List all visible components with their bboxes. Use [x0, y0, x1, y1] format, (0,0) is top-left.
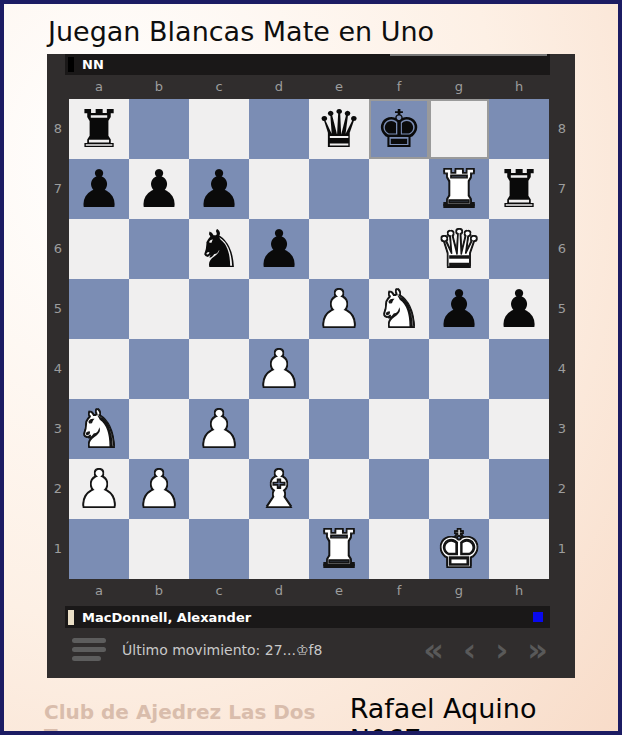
rank-label-7: 7: [549, 159, 575, 219]
square-e4[interactable]: [309, 339, 369, 399]
square-f4[interactable]: [369, 339, 429, 399]
piece-bP-a7[interactable]: ♟: [69, 159, 129, 219]
file-label-f: f: [369, 579, 429, 603]
square-e7[interactable]: [309, 159, 369, 219]
square-e8[interactable]: ♛: [309, 99, 369, 159]
piece-wN-a3[interactable]: ♞: [69, 399, 129, 459]
piece-bR-a8[interactable]: ♜: [69, 99, 129, 159]
file-label-e: e: [309, 75, 369, 99]
square-c7[interactable]: ♟: [189, 159, 249, 219]
piece-bP-b7[interactable]: ♟: [129, 159, 189, 219]
square-f6[interactable]: [369, 219, 429, 279]
rank-label-3: 3: [549, 399, 575, 459]
square-g3[interactable]: [429, 399, 489, 459]
rank-label-2: 2: [47, 459, 69, 519]
square-b8[interactable]: [129, 99, 189, 159]
square-a8[interactable]: ♜: [69, 99, 129, 159]
file-label-a: a: [69, 75, 129, 99]
rank-label-4: 4: [47, 339, 69, 399]
nav-last-button[interactable]: »: [525, 634, 550, 666]
rank-label-4: 4: [549, 339, 575, 399]
rank-label-8: 8: [549, 99, 575, 159]
square-f1[interactable]: [369, 519, 429, 579]
turn-indicator: [533, 612, 543, 622]
square-h1[interactable]: [489, 519, 549, 579]
square-d8[interactable]: [249, 99, 309, 159]
chess-viewer-panel: NN abcdefgh 87654321 ♜♛♚♟♟♟♜♜♞♟♛♟♞♟♟♟♞♟♟…: [47, 54, 575, 678]
nav-prev-button[interactable]: ‹: [461, 634, 478, 666]
square-f2[interactable]: [369, 459, 429, 519]
piece-wP-b2[interactable]: ♟: [129, 459, 189, 519]
piece-wB-d2[interactable]: ♝: [249, 459, 309, 519]
black-player-bar: NN: [65, 54, 550, 75]
square-a5[interactable]: [69, 279, 129, 339]
square-h3[interactable]: [489, 399, 549, 459]
white-player-bar: MacDonnell, Alexander: [65, 606, 550, 628]
piece-bP-c7[interactable]: ♟: [189, 159, 249, 219]
file-label-a: a: [69, 579, 129, 603]
square-e5[interactable]: ♟: [309, 279, 369, 339]
square-h7[interactable]: ♜: [489, 159, 549, 219]
rank-label-7: 7: [47, 159, 69, 219]
square-b6[interactable]: [129, 219, 189, 279]
square-c3[interactable]: ♟: [189, 399, 249, 459]
square-a6[interactable]: [69, 219, 129, 279]
rank-label-6: 6: [47, 219, 69, 279]
rank-labels-right: 87654321: [549, 99, 575, 579]
piece-wQ-g6[interactable]: ♛: [429, 219, 489, 279]
square-e2[interactable]: [309, 459, 369, 519]
club-watermark: Club de Ajedrez Las Dos Torres: [44, 700, 350, 735]
square-f8[interactable]: ♚: [369, 99, 429, 159]
page-title: Juegan Blancas Mate en Uno: [48, 16, 618, 47]
file-label-d: d: [249, 75, 309, 99]
square-h4[interactable]: [489, 339, 549, 399]
piece-wP-c3[interactable]: ♟: [189, 399, 249, 459]
square-h5[interactable]: ♟: [489, 279, 549, 339]
file-labels-top: abcdefgh: [69, 75, 549, 99]
square-d6[interactable]: ♟: [249, 219, 309, 279]
file-label-b: b: [129, 579, 189, 603]
chess-board: ♜♛♚♟♟♟♜♜♞♟♛♟♞♟♟♟♞♟♟♟♝♜♚: [69, 99, 549, 579]
file-labels-bottom: abcdefgh: [69, 579, 549, 603]
piece-bP-g5[interactable]: ♟: [429, 279, 489, 339]
piece-bP-d6[interactable]: ♟: [249, 219, 309, 279]
white-color-marker: [68, 610, 74, 625]
square-a2[interactable]: ♟: [69, 459, 129, 519]
square-h6[interactable]: [489, 219, 549, 279]
square-d1[interactable]: [249, 519, 309, 579]
author-name: Rafael Aquino N067: [350, 693, 584, 735]
file-label-e: e: [309, 579, 369, 603]
black-color-marker: [68, 57, 74, 72]
square-c5[interactable]: [189, 279, 249, 339]
piece-wP-e5[interactable]: ♟: [309, 279, 369, 339]
square-d3[interactable]: [249, 399, 309, 459]
file-label-b: b: [129, 75, 189, 99]
square-d4[interactable]: ♟: [249, 339, 309, 399]
board-area: 87654321 ♜♛♚♟♟♟♜♜♞♟♛♟♞♟♟♟♞♟♟♟♝♜♚ 8765432…: [47, 99, 575, 579]
piece-wP-a2[interactable]: ♟: [69, 459, 129, 519]
file-label-g: g: [429, 75, 489, 99]
piece-bR-h7[interactable]: ♜: [489, 159, 549, 219]
square-b2[interactable]: ♟: [129, 459, 189, 519]
square-g7[interactable]: ♜: [429, 159, 489, 219]
square-f3[interactable]: [369, 399, 429, 459]
square-c1[interactable]: [189, 519, 249, 579]
rank-label-2: 2: [549, 459, 575, 519]
square-b7[interactable]: ♟: [129, 159, 189, 219]
square-b3[interactable]: [129, 399, 189, 459]
square-b1[interactable]: [129, 519, 189, 579]
rank-label-1: 1: [47, 519, 69, 579]
square-c4[interactable]: [189, 339, 249, 399]
rank-label-8: 8: [47, 99, 69, 159]
piece-wK-g1[interactable]: ♚: [429, 519, 489, 579]
nav-next-button[interactable]: ›: [493, 634, 510, 666]
piece-bP-h5[interactable]: ♟: [489, 279, 549, 339]
move-navigation: « ‹ › »: [421, 634, 550, 666]
rank-label-1: 1: [549, 519, 575, 579]
square-f7[interactable]: [369, 159, 429, 219]
square-a4[interactable]: [69, 339, 129, 399]
square-d2[interactable]: ♝: [249, 459, 309, 519]
square-h8[interactable]: [489, 99, 549, 159]
file-label-h: h: [489, 75, 549, 99]
square-g6[interactable]: ♛: [429, 219, 489, 279]
piece-bK-f8[interactable]: ♚: [369, 99, 429, 159]
rank-label-6: 6: [549, 219, 575, 279]
rank-label-5: 5: [47, 279, 69, 339]
square-a7[interactable]: ♟: [69, 159, 129, 219]
square-e6[interactable]: [309, 219, 369, 279]
rank-label-3: 3: [47, 399, 69, 459]
square-b4[interactable]: [129, 339, 189, 399]
square-c2[interactable]: [189, 459, 249, 519]
file-label-f: f: [369, 75, 429, 99]
file-label-g: g: [429, 579, 489, 603]
square-g8[interactable]: [429, 99, 489, 159]
menu-icon[interactable]: [72, 638, 106, 661]
piece-wR-e1[interactable]: ♜: [309, 519, 369, 579]
rank-label-5: 5: [549, 279, 575, 339]
piece-bN-c6[interactable]: ♞: [189, 219, 249, 279]
piece-wN-f5[interactable]: ♞: [369, 279, 429, 339]
square-d5[interactable]: [249, 279, 309, 339]
square-e3[interactable]: [309, 399, 369, 459]
last-move-label: Último movimiento: 27...♔f8: [122, 642, 322, 658]
piece-wP-d4[interactable]: ♟: [249, 339, 309, 399]
square-g4[interactable]: [429, 339, 489, 399]
square-e1[interactable]: ♜: [309, 519, 369, 579]
white-player-name: MacDonnell, Alexander: [82, 610, 251, 625]
square-a1[interactable]: [69, 519, 129, 579]
file-label-d: d: [249, 579, 309, 603]
square-g1[interactable]: ♚: [429, 519, 489, 579]
square-g5[interactable]: ♟: [429, 279, 489, 339]
square-f5[interactable]: ♞: [369, 279, 429, 339]
square-c8[interactable]: [189, 99, 249, 159]
square-c6[interactable]: ♞: [189, 219, 249, 279]
file-label-c: c: [189, 75, 249, 99]
piece-wR-g7[interactable]: ♜: [429, 159, 489, 219]
square-a3[interactable]: ♞: [69, 399, 129, 459]
footer: Club de Ajedrez Las Dos Torres Rafael Aq…: [4, 678, 618, 735]
square-d7[interactable]: [249, 159, 309, 219]
rank-labels-left: 87654321: [47, 99, 69, 579]
panel-top-highlight: [390, 54, 547, 56]
square-h2[interactable]: [489, 459, 549, 519]
square-b5[interactable]: [129, 279, 189, 339]
square-g2[interactable]: [429, 459, 489, 519]
viewer-controls: Último movimiento: 27...♔f8 « ‹ › »: [65, 628, 550, 671]
piece-bQ-e8[interactable]: ♛: [309, 99, 369, 159]
nav-first-button[interactable]: «: [421, 634, 446, 666]
file-label-h: h: [489, 579, 549, 603]
black-player-name: NN: [82, 57, 104, 72]
file-label-c: c: [189, 579, 249, 603]
